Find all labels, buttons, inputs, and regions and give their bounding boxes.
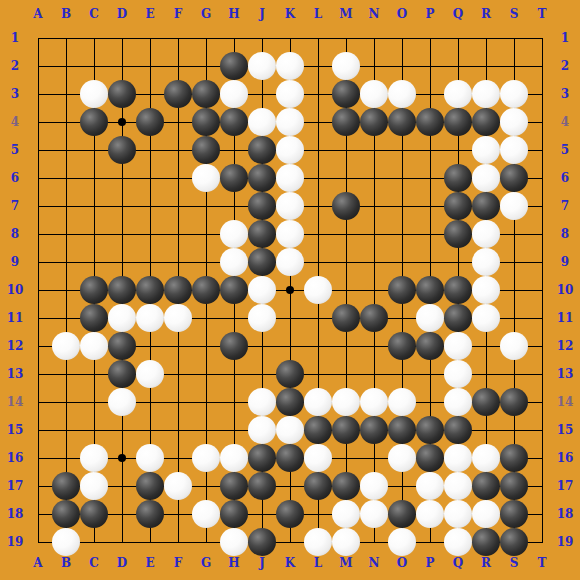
row-label-right: 7 <box>553 199 577 213</box>
black-stone-G10[interactable] <box>192 276 220 304</box>
column-label-bottom: C <box>82 556 106 570</box>
column-label-bottom: M <box>334 556 358 570</box>
black-stone-M7[interactable] <box>332 192 360 220</box>
go-board: AABBCCDDEEFFGGHHJJKKLLMMNNOOPPQQRRSSTT11… <box>0 0 580 580</box>
white-stone-K4[interactable] <box>276 108 304 136</box>
white-stone-S3[interactable] <box>500 80 528 108</box>
white-stone-H16[interactable] <box>220 444 248 472</box>
column-label-bottom: B <box>54 556 78 570</box>
black-stone-Q15[interactable] <box>444 416 472 444</box>
white-stone-R11[interactable] <box>472 304 500 332</box>
white-stone-S12[interactable] <box>500 332 528 360</box>
white-stone-Q17[interactable] <box>444 472 472 500</box>
white-stone-J2[interactable] <box>248 52 276 80</box>
column-label-top: H <box>222 7 246 21</box>
row-label-left: 15 <box>3 423 27 437</box>
black-stone-M17[interactable] <box>332 472 360 500</box>
white-stone-K2[interactable] <box>276 52 304 80</box>
black-stone-Q8[interactable] <box>444 220 472 248</box>
row-label-right: 2 <box>553 59 577 73</box>
white-stone-L14[interactable] <box>304 388 332 416</box>
row-label-right: 12 <box>553 339 577 353</box>
row-label-right: 15 <box>553 423 577 437</box>
black-stone-K16[interactable] <box>276 444 304 472</box>
black-stone-K14[interactable] <box>276 388 304 416</box>
black-stone-D5[interactable] <box>108 136 136 164</box>
white-stone-R8[interactable] <box>472 220 500 248</box>
white-stone-K8[interactable] <box>276 220 304 248</box>
black-stone-J9[interactable] <box>248 248 276 276</box>
black-stone-B18[interactable] <box>52 500 80 528</box>
row-label-right: 3 <box>553 87 577 101</box>
black-stone-S19[interactable] <box>500 528 528 556</box>
white-stone-E13[interactable] <box>136 360 164 388</box>
row-label-right: 19 <box>553 535 577 549</box>
black-stone-Q7[interactable] <box>444 192 472 220</box>
black-stone-J5[interactable] <box>248 136 276 164</box>
white-stone-N18[interactable] <box>360 500 388 528</box>
black-stone-S16[interactable] <box>500 444 528 472</box>
column-label-top: N <box>362 7 386 21</box>
column-label-top: E <box>138 7 162 21</box>
column-label-top: C <box>82 7 106 21</box>
black-stone-J19[interactable] <box>248 528 276 556</box>
white-stone-K15[interactable] <box>276 416 304 444</box>
black-stone-R14[interactable] <box>472 388 500 416</box>
column-label-bottom: L <box>306 556 330 570</box>
black-stone-P16[interactable] <box>416 444 444 472</box>
column-label-bottom: T <box>530 556 554 570</box>
white-stone-F17[interactable] <box>164 472 192 500</box>
black-stone-H6[interactable] <box>220 164 248 192</box>
column-label-top: Q <box>446 7 470 21</box>
black-stone-D3[interactable] <box>108 80 136 108</box>
white-stone-P11[interactable] <box>416 304 444 332</box>
black-stone-G3[interactable] <box>192 80 220 108</box>
column-label-top: A <box>26 7 50 21</box>
black-stone-P10[interactable] <box>416 276 444 304</box>
column-label-bottom: K <box>278 556 302 570</box>
white-stone-Q18[interactable] <box>444 500 472 528</box>
white-stone-K3[interactable] <box>276 80 304 108</box>
row-label-left: 10 <box>3 283 27 297</box>
black-stone-K18[interactable] <box>276 500 304 528</box>
row-label-left: 18 <box>3 507 27 521</box>
black-stone-B17[interactable] <box>52 472 80 500</box>
black-stone-C18[interactable] <box>80 500 108 528</box>
white-stone-K9[interactable] <box>276 248 304 276</box>
row-label-left: 9 <box>3 255 27 269</box>
white-stone-P17[interactable] <box>416 472 444 500</box>
white-stone-H19[interactable] <box>220 528 248 556</box>
black-stone-P4[interactable] <box>416 108 444 136</box>
white-stone-K6[interactable] <box>276 164 304 192</box>
black-stone-E4[interactable] <box>136 108 164 136</box>
row-label-left: 17 <box>3 479 27 493</box>
white-stone-S5[interactable] <box>500 136 528 164</box>
black-stone-R17[interactable] <box>472 472 500 500</box>
white-stone-Q12[interactable] <box>444 332 472 360</box>
black-stone-C11[interactable] <box>80 304 108 332</box>
column-label-top: D <box>110 7 134 21</box>
white-stone-R3[interactable] <box>472 80 500 108</box>
black-stone-O18[interactable] <box>388 500 416 528</box>
column-label-bottom: O <box>390 556 414 570</box>
row-label-right: 6 <box>553 171 577 185</box>
black-stone-Q10[interactable] <box>444 276 472 304</box>
black-stone-L15[interactable] <box>304 416 332 444</box>
row-label-left: 14 <box>3 395 27 409</box>
black-stone-D12[interactable] <box>108 332 136 360</box>
white-stone-O14[interactable] <box>388 388 416 416</box>
black-stone-N15[interactable] <box>360 416 388 444</box>
column-label-bottom: H <box>222 556 246 570</box>
white-stone-H8[interactable] <box>220 220 248 248</box>
white-stone-R6[interactable] <box>472 164 500 192</box>
column-label-top: R <box>474 7 498 21</box>
white-stone-D14[interactable] <box>108 388 136 416</box>
black-stone-J6[interactable] <box>248 164 276 192</box>
black-stone-G5[interactable] <box>192 136 220 164</box>
row-label-left: 5 <box>3 143 27 157</box>
black-stone-J16[interactable] <box>248 444 276 472</box>
black-stone-N11[interactable] <box>360 304 388 332</box>
black-stone-R4[interactable] <box>472 108 500 136</box>
black-stone-L17[interactable] <box>304 472 332 500</box>
white-stone-M2[interactable] <box>332 52 360 80</box>
row-label-left: 12 <box>3 339 27 353</box>
black-stone-K13[interactable] <box>276 360 304 388</box>
column-label-top: B <box>54 7 78 21</box>
white-stone-E16[interactable] <box>136 444 164 472</box>
black-stone-F10[interactable] <box>164 276 192 304</box>
white-stone-C12[interactable] <box>80 332 108 360</box>
black-stone-F3[interactable] <box>164 80 192 108</box>
row-label-right: 17 <box>553 479 577 493</box>
black-stone-H12[interactable] <box>220 332 248 360</box>
column-label-top: P <box>418 7 442 21</box>
black-stone-O12[interactable] <box>388 332 416 360</box>
black-stone-H17[interactable] <box>220 472 248 500</box>
row-label-right: 14 <box>553 395 577 409</box>
black-stone-H2[interactable] <box>220 52 248 80</box>
black-stone-J17[interactable] <box>248 472 276 500</box>
white-stone-N3[interactable] <box>360 80 388 108</box>
white-stone-G18[interactable] <box>192 500 220 528</box>
white-stone-N14[interactable] <box>360 388 388 416</box>
white-stone-R18[interactable] <box>472 500 500 528</box>
black-stone-E17[interactable] <box>136 472 164 500</box>
row-label-right: 1 <box>553 31 577 45</box>
black-stone-J7[interactable] <box>248 192 276 220</box>
column-label-top: M <box>334 7 358 21</box>
column-label-top: G <box>194 7 218 21</box>
black-stone-R19[interactable] <box>472 528 500 556</box>
row-label-right: 8 <box>553 227 577 241</box>
white-stone-B19[interactable] <box>52 528 80 556</box>
black-stone-D10[interactable] <box>108 276 136 304</box>
row-label-left: 3 <box>3 87 27 101</box>
white-stone-M18[interactable] <box>332 500 360 528</box>
column-label-top: L <box>306 7 330 21</box>
black-stone-C10[interactable] <box>80 276 108 304</box>
row-label-right: 11 <box>553 311 577 325</box>
white-stone-C16[interactable] <box>80 444 108 472</box>
black-stone-E10[interactable] <box>136 276 164 304</box>
black-stone-Q11[interactable] <box>444 304 472 332</box>
white-stone-D11[interactable] <box>108 304 136 332</box>
black-stone-J8[interactable] <box>248 220 276 248</box>
row-label-right: 18 <box>553 507 577 521</box>
white-stone-J11[interactable] <box>248 304 276 332</box>
black-stone-D13[interactable] <box>108 360 136 388</box>
row-label-left: 19 <box>3 535 27 549</box>
white-stone-R16[interactable] <box>472 444 500 472</box>
black-stone-R7[interactable] <box>472 192 500 220</box>
row-label-left: 16 <box>3 451 27 465</box>
column-label-top: F <box>166 7 190 21</box>
white-stone-L19[interactable] <box>304 528 332 556</box>
row-label-right: 5 <box>553 143 577 157</box>
column-label-bottom: S <box>502 556 526 570</box>
column-label-bottom: G <box>194 556 218 570</box>
column-label-bottom: F <box>166 556 190 570</box>
column-label-bottom: P <box>418 556 442 570</box>
white-stone-C3[interactable] <box>80 80 108 108</box>
white-stone-Q19[interactable] <box>444 528 472 556</box>
white-stone-J15[interactable] <box>248 416 276 444</box>
column-label-top: T <box>530 7 554 21</box>
white-stone-Q13[interactable] <box>444 360 472 388</box>
black-stone-M4[interactable] <box>332 108 360 136</box>
white-stone-O3[interactable] <box>388 80 416 108</box>
white-stone-Q14[interactable] <box>444 388 472 416</box>
white-stone-L10[interactable] <box>304 276 332 304</box>
black-stone-S6[interactable] <box>500 164 528 192</box>
black-stone-S17[interactable] <box>500 472 528 500</box>
row-label-right: 13 <box>553 367 577 381</box>
black-stone-Q6[interactable] <box>444 164 472 192</box>
column-label-bottom: E <box>138 556 162 570</box>
black-stone-E18[interactable] <box>136 500 164 528</box>
white-stone-K5[interactable] <box>276 136 304 164</box>
column-label-bottom: N <box>362 556 386 570</box>
white-stone-L16[interactable] <box>304 444 332 472</box>
column-label-top: S <box>502 7 526 21</box>
row-label-left: 6 <box>3 171 27 185</box>
row-label-left: 8 <box>3 227 27 241</box>
white-stone-K7[interactable] <box>276 192 304 220</box>
white-stone-S4[interactable] <box>500 108 528 136</box>
row-label-right: 16 <box>553 451 577 465</box>
column-label-bottom: R <box>474 556 498 570</box>
white-stone-B12[interactable] <box>52 332 80 360</box>
white-stone-C17[interactable] <box>80 472 108 500</box>
white-stone-G16[interactable] <box>192 444 220 472</box>
black-stone-M15[interactable] <box>332 416 360 444</box>
black-stone-P15[interactable] <box>416 416 444 444</box>
white-stone-E11[interactable] <box>136 304 164 332</box>
white-stone-P18[interactable] <box>416 500 444 528</box>
black-stone-H10[interactable] <box>220 276 248 304</box>
row-label-left: 13 <box>3 367 27 381</box>
star-point <box>118 454 126 462</box>
white-stone-J4[interactable] <box>248 108 276 136</box>
column-label-bottom: D <box>110 556 134 570</box>
black-stone-S14[interactable] <box>500 388 528 416</box>
black-stone-O15[interactable] <box>388 416 416 444</box>
black-stone-P12[interactable] <box>416 332 444 360</box>
row-label-left: 7 <box>3 199 27 213</box>
column-label-bottom: A <box>26 556 50 570</box>
white-stone-J10[interactable] <box>248 276 276 304</box>
star-point <box>118 118 126 126</box>
column-label-top: J <box>250 7 274 21</box>
black-stone-O4[interactable] <box>388 108 416 136</box>
row-label-left: 4 <box>3 115 27 129</box>
row-label-right: 4 <box>553 115 577 129</box>
white-stone-H3[interactable] <box>220 80 248 108</box>
row-label-left: 1 <box>3 31 27 45</box>
white-stone-R5[interactable] <box>472 136 500 164</box>
white-stone-Q3[interactable] <box>444 80 472 108</box>
white-stone-H9[interactable] <box>220 248 248 276</box>
white-stone-F11[interactable] <box>164 304 192 332</box>
black-stone-O10[interactable] <box>388 276 416 304</box>
black-stone-M3[interactable] <box>332 80 360 108</box>
black-stone-N4[interactable] <box>360 108 388 136</box>
white-stone-R10[interactable] <box>472 276 500 304</box>
white-stone-O19[interactable] <box>388 528 416 556</box>
white-stone-M19[interactable] <box>332 528 360 556</box>
column-label-bottom: Q <box>446 556 470 570</box>
column-label-top: O <box>390 7 414 21</box>
white-stone-M14[interactable] <box>332 388 360 416</box>
white-stone-S7[interactable] <box>500 192 528 220</box>
column-label-bottom: J <box>250 556 274 570</box>
black-stone-C4[interactable] <box>80 108 108 136</box>
white-stone-G6[interactable] <box>192 164 220 192</box>
black-stone-G4[interactable] <box>192 108 220 136</box>
black-stone-S18[interactable] <box>500 500 528 528</box>
row-label-left: 2 <box>3 59 27 73</box>
black-stone-H4[interactable] <box>220 108 248 136</box>
white-stone-O16[interactable] <box>388 444 416 472</box>
row-label-left: 11 <box>3 311 27 325</box>
row-label-right: 9 <box>553 255 577 269</box>
black-stone-Q4[interactable] <box>444 108 472 136</box>
black-stone-M11[interactable] <box>332 304 360 332</box>
row-label-right: 10 <box>553 283 577 297</box>
white-stone-N17[interactable] <box>360 472 388 500</box>
star-point <box>286 286 294 294</box>
white-stone-R9[interactable] <box>472 248 500 276</box>
column-label-top: K <box>278 7 302 21</box>
white-stone-J14[interactable] <box>248 388 276 416</box>
white-stone-Q16[interactable] <box>444 444 472 472</box>
black-stone-H18[interactable] <box>220 500 248 528</box>
